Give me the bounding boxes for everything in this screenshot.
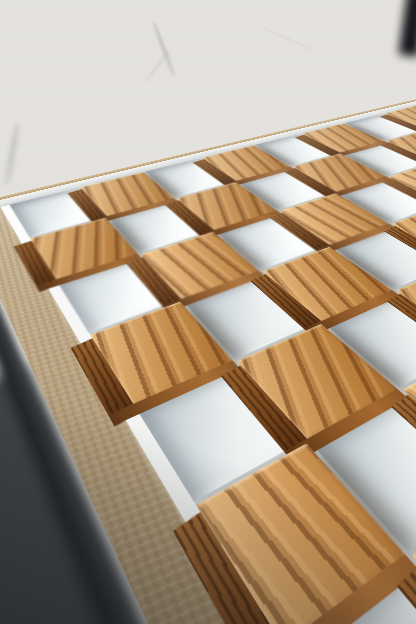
marble-vein: [144, 49, 171, 81]
marble-vein: [4, 122, 20, 187]
marble-surface: [0, 0, 416, 97]
photo-scene: [0, 0, 416, 624]
marble-vein: [260, 27, 318, 52]
